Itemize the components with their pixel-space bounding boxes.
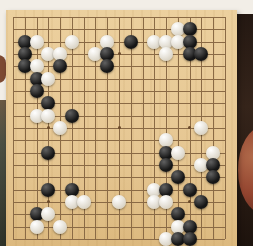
right-background-shadow	[236, 14, 253, 246]
black-stone[interactable]	[124, 35, 138, 49]
black-stone[interactable]	[159, 158, 173, 172]
white-stone[interactable]	[159, 47, 173, 61]
grid-vline	[143, 17, 144, 239]
white-stone[interactable]	[159, 195, 173, 209]
grid-hline	[13, 140, 225, 141]
black-stone[interactable]	[41, 183, 55, 197]
white-stone[interactable]	[65, 35, 79, 49]
white-stone[interactable]	[77, 195, 91, 209]
star-point	[188, 200, 191, 203]
grid-hline	[13, 177, 225, 178]
go-game-photo	[0, 0, 253, 246]
grid-vline	[213, 17, 214, 239]
white-stone[interactable]	[171, 146, 185, 160]
white-stone[interactable]	[53, 121, 67, 135]
black-stone[interactable]	[65, 109, 79, 123]
black-stone[interactable]	[30, 84, 44, 98]
grid-vline	[131, 17, 132, 239]
white-stone[interactable]	[30, 35, 44, 49]
grid-vline	[178, 17, 179, 239]
white-stone[interactable]	[53, 220, 67, 234]
white-stone[interactable]	[30, 220, 44, 234]
black-stone[interactable]	[183, 232, 197, 246]
white-stone[interactable]	[41, 72, 55, 86]
grid-vline	[225, 17, 226, 239]
black-stone[interactable]	[41, 146, 55, 160]
go-board[interactable]	[6, 10, 237, 246]
black-stone[interactable]	[183, 183, 197, 197]
star-point	[47, 200, 50, 203]
white-stone[interactable]	[112, 195, 126, 209]
white-stone[interactable]	[41, 109, 55, 123]
grid-hline	[13, 165, 225, 166]
